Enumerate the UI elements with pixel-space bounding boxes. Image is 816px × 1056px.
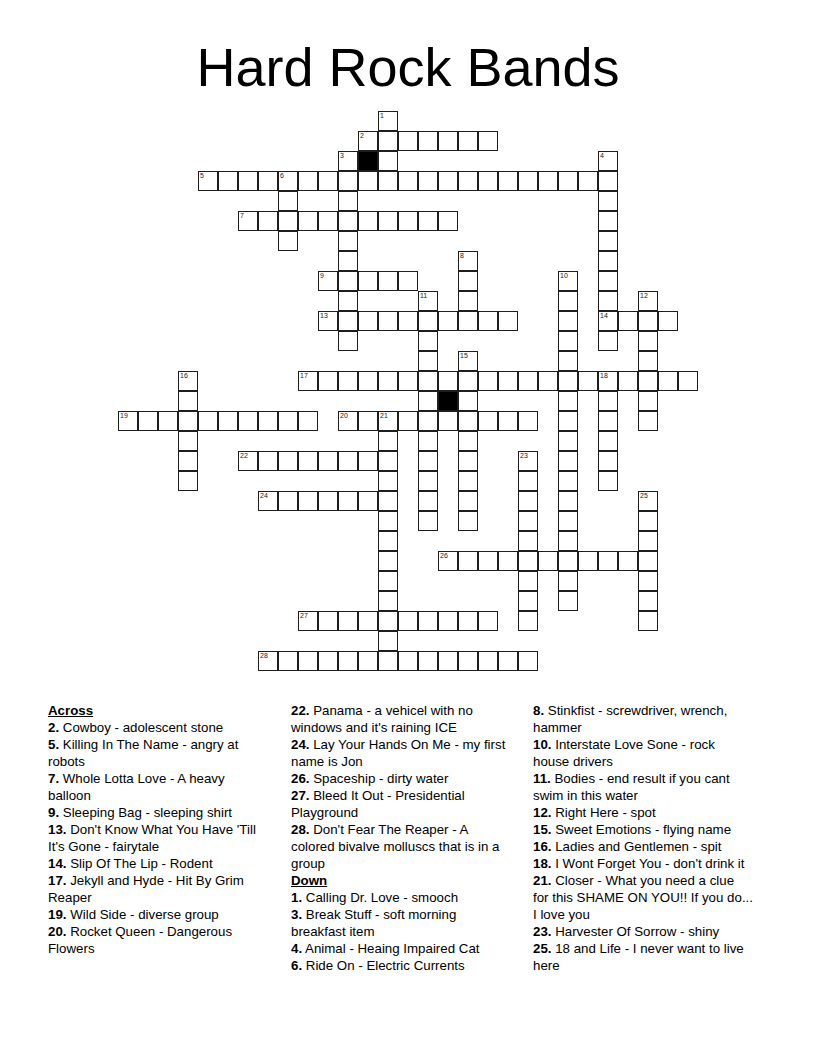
grid-cell[interactable]: 8 bbox=[458, 251, 478, 271]
grid-cell[interactable] bbox=[478, 651, 498, 671]
grid-cell[interactable] bbox=[358, 311, 378, 331]
cell-number: 13 bbox=[320, 311, 328, 320]
grid-cell[interactable] bbox=[558, 431, 578, 451]
grid-cell[interactable] bbox=[498, 551, 518, 571]
grid-cell[interactable] bbox=[598, 411, 618, 431]
grid-cell[interactable] bbox=[358, 371, 378, 391]
clue-number: 7. bbox=[48, 771, 59, 786]
clue-down-3: 3. Break Stuff - soft morning breakfast … bbox=[291, 906, 539, 940]
grid-cell[interactable] bbox=[518, 551, 538, 571]
grid-cell[interactable] bbox=[178, 411, 198, 431]
grid-cell[interactable] bbox=[318, 171, 338, 191]
clue-down-18: 18. I Wont Forget You - don't drink it bbox=[533, 855, 781, 872]
grid-cell[interactable] bbox=[638, 311, 658, 331]
clue-text: Don't Fear The Reaper - A colored bivalv… bbox=[291, 822, 499, 871]
grid-cell[interactable] bbox=[598, 331, 618, 351]
clue-number: 24. bbox=[291, 737, 310, 752]
grid-cell[interactable] bbox=[398, 371, 418, 391]
grid-cell[interactable] bbox=[318, 211, 338, 231]
grid-cell[interactable] bbox=[498, 311, 518, 331]
grid-cell[interactable] bbox=[558, 371, 578, 391]
grid-cell[interactable] bbox=[598, 291, 618, 311]
black-cell bbox=[438, 391, 458, 411]
grid-cell[interactable] bbox=[378, 211, 398, 231]
clue-text: Harvester Of Sorrow - shiny bbox=[552, 924, 720, 939]
grid-cell[interactable] bbox=[338, 451, 358, 471]
grid-cell[interactable] bbox=[418, 651, 438, 671]
grid-cell[interactable] bbox=[358, 211, 378, 231]
grid-cell[interactable] bbox=[378, 571, 398, 591]
clue-number: 8. bbox=[533, 703, 544, 718]
clue-text: Slip Of The Lip - Rodent bbox=[67, 856, 213, 871]
grid-cell[interactable] bbox=[458, 511, 478, 531]
grid-cell[interactable] bbox=[598, 391, 618, 411]
grid-cell[interactable]: 25 bbox=[638, 491, 658, 511]
grid-cell[interactable] bbox=[638, 551, 658, 571]
grid-cell[interactable] bbox=[398, 211, 418, 231]
clue-number: 27. bbox=[291, 788, 310, 803]
grid-cell[interactable] bbox=[458, 491, 478, 511]
grid-cell[interactable]: 17 bbox=[298, 371, 318, 391]
cell-number: 10 bbox=[560, 271, 568, 280]
grid-cell[interactable] bbox=[418, 331, 438, 351]
grid-cell[interactable] bbox=[498, 411, 518, 431]
grid-cell[interactable] bbox=[338, 491, 358, 511]
grid-cell[interactable] bbox=[158, 411, 178, 431]
grid-cell[interactable] bbox=[558, 531, 578, 551]
grid-cell[interactable]: 10 bbox=[558, 271, 578, 291]
grid-cell[interactable] bbox=[278, 191, 298, 211]
grid-cell[interactable] bbox=[618, 551, 638, 571]
grid-cell[interactable] bbox=[178, 431, 198, 451]
grid-cell[interactable]: 18 bbox=[598, 371, 618, 391]
grid-cell[interactable] bbox=[458, 611, 478, 631]
grid-cell[interactable] bbox=[298, 411, 318, 431]
clue-text: Lay Your Hands On Me - my first name is … bbox=[291, 737, 505, 769]
grid-cell[interactable] bbox=[598, 431, 618, 451]
grid-cell[interactable]: 1 bbox=[378, 111, 398, 131]
grid-cell[interactable] bbox=[478, 411, 498, 431]
grid-cell[interactable] bbox=[358, 451, 378, 471]
cell-number: 22 bbox=[240, 451, 248, 460]
clue-text: Don't Know What You Have 'Till It's Gone… bbox=[48, 822, 256, 854]
grid-cell[interactable] bbox=[138, 411, 158, 431]
grid-cell[interactable] bbox=[338, 291, 358, 311]
grid-cell[interactable] bbox=[418, 611, 438, 631]
grid-cell[interactable] bbox=[298, 211, 318, 231]
grid-cell[interactable] bbox=[318, 611, 338, 631]
grid-cell[interactable] bbox=[458, 451, 478, 471]
grid-cell[interactable] bbox=[418, 351, 438, 371]
grid-cell[interactable] bbox=[658, 371, 678, 391]
grid-cell[interactable] bbox=[338, 231, 358, 251]
grid-cell[interactable] bbox=[178, 391, 198, 411]
clue-text: Sleeping Bag - sleeping shirt bbox=[59, 805, 232, 820]
grid-cell[interactable] bbox=[618, 311, 638, 331]
clue-text: Closer - What you need a clue for this S… bbox=[533, 873, 753, 922]
grid-cell[interactable] bbox=[338, 371, 358, 391]
grid-cell[interactable] bbox=[458, 271, 478, 291]
grid-cell[interactable] bbox=[558, 511, 578, 531]
clue-across-2: 2. Cowboy - adolescent stone bbox=[48, 719, 296, 736]
grid-cell[interactable] bbox=[638, 571, 658, 591]
clue-number: 22. bbox=[291, 703, 310, 718]
grid-cell[interactable] bbox=[438, 131, 458, 151]
grid-cell[interactable] bbox=[378, 311, 398, 331]
grid-cell[interactable] bbox=[518, 171, 538, 191]
grid-cell[interactable] bbox=[358, 491, 378, 511]
grid-cell[interactable] bbox=[378, 171, 398, 191]
grid-cell[interactable] bbox=[538, 171, 558, 191]
grid-cell[interactable] bbox=[438, 311, 458, 331]
grid-cell[interactable] bbox=[558, 411, 578, 431]
grid-cell[interactable] bbox=[458, 391, 478, 411]
clue-text: Rocket Queen - Dangerous Flowers bbox=[48, 924, 232, 956]
grid-cell[interactable] bbox=[398, 311, 418, 331]
grid-cell[interactable] bbox=[178, 471, 198, 491]
grid-cell[interactable]: 15 bbox=[458, 351, 478, 371]
grid-cell[interactable] bbox=[418, 411, 438, 431]
grid-cell[interactable] bbox=[338, 331, 358, 351]
grid-cell[interactable] bbox=[318, 371, 338, 391]
grid-cell[interactable] bbox=[558, 391, 578, 411]
clue-text: Ride On - Electric Currents bbox=[302, 958, 465, 973]
grid-cell[interactable] bbox=[318, 491, 338, 511]
clue-down-25: 25. 18 and Life - I never want to live h… bbox=[533, 940, 781, 974]
grid-cell[interactable] bbox=[258, 411, 278, 431]
grid-cell[interactable] bbox=[558, 491, 578, 511]
grid-cell[interactable] bbox=[378, 271, 398, 291]
clue-text: Bodies - end result if you cant swim in … bbox=[533, 771, 730, 803]
grid-cell[interactable] bbox=[378, 451, 398, 471]
cell-number: 9 bbox=[320, 271, 324, 280]
grid-cell[interactable] bbox=[438, 651, 458, 671]
grid-cell[interactable] bbox=[438, 171, 458, 191]
grid-cell[interactable] bbox=[638, 391, 658, 411]
grid-cell[interactable] bbox=[518, 651, 538, 671]
grid-cell[interactable] bbox=[438, 411, 458, 431]
grid-cell[interactable]: 6 bbox=[278, 171, 298, 191]
grid-cell[interactable]: 5 bbox=[198, 171, 218, 191]
grid-cell[interactable] bbox=[338, 191, 358, 211]
grid-cell[interactable] bbox=[478, 131, 498, 151]
grid-cell[interactable] bbox=[338, 311, 358, 331]
grid-cell[interactable] bbox=[378, 431, 398, 451]
grid-cell[interactable] bbox=[338, 271, 358, 291]
grid-cell[interactable] bbox=[518, 491, 538, 511]
grid-cell[interactable] bbox=[538, 371, 558, 391]
grid-cell[interactable] bbox=[258, 171, 278, 191]
grid-cell[interactable]: 16 bbox=[178, 371, 198, 391]
grid-cell[interactable] bbox=[598, 271, 618, 291]
grid-cell[interactable] bbox=[458, 411, 478, 431]
clue-text: Calling Dr. Love - smooch bbox=[302, 890, 458, 905]
grid-cell[interactable] bbox=[598, 551, 618, 571]
grid-cell[interactable] bbox=[498, 651, 518, 671]
grid-cell[interactable] bbox=[398, 171, 418, 191]
grid-cell[interactable] bbox=[558, 171, 578, 191]
grid-cell[interactable] bbox=[458, 471, 478, 491]
grid-cell[interactable] bbox=[298, 651, 318, 671]
grid-cell[interactable] bbox=[258, 211, 278, 231]
grid-cell[interactable] bbox=[398, 411, 418, 431]
grid-cell[interactable] bbox=[378, 531, 398, 551]
grid-cell[interactable] bbox=[298, 171, 318, 191]
clue-text: Panama - a vehicel with no windows and i… bbox=[291, 703, 473, 735]
cell-number: 26 bbox=[440, 551, 448, 560]
grid-cell[interactable] bbox=[418, 431, 438, 451]
grid-cell[interactable] bbox=[558, 471, 578, 491]
grid-cell[interactable] bbox=[338, 611, 358, 631]
grid-cell[interactable] bbox=[378, 131, 398, 151]
grid-cell[interactable] bbox=[338, 211, 358, 231]
cell-number: 6 bbox=[280, 171, 284, 180]
grid-cell[interactable] bbox=[338, 171, 358, 191]
clue-across-27: 27. Bleed It Out - Presidential Playgrou… bbox=[291, 787, 539, 821]
grid-cell[interactable] bbox=[458, 371, 478, 391]
grid-cell[interactable] bbox=[378, 371, 398, 391]
cell-number: 11 bbox=[420, 291, 427, 300]
clue-across-5: 5. Killing In The Name - angry at robots bbox=[48, 736, 296, 770]
grid-cell[interactable] bbox=[638, 331, 658, 351]
clue-across-7: 7. Whole Lotta Love - A heavy balloon bbox=[48, 770, 296, 804]
grid-cell[interactable] bbox=[518, 571, 538, 591]
grid-cell[interactable] bbox=[458, 431, 478, 451]
grid-cell[interactable] bbox=[638, 351, 658, 371]
grid-cell[interactable]: 13 bbox=[318, 311, 338, 331]
grid-cell[interactable] bbox=[638, 591, 658, 611]
grid-cell[interactable] bbox=[398, 271, 418, 291]
grid-cell[interactable] bbox=[438, 211, 458, 231]
grid-cell[interactable]: 28 bbox=[258, 651, 278, 671]
grid-cell[interactable] bbox=[498, 371, 518, 391]
grid-cell[interactable] bbox=[378, 471, 398, 491]
grid-cell[interactable] bbox=[238, 411, 258, 431]
grid-cell[interactable]: 24 bbox=[258, 491, 278, 511]
grid-cell[interactable] bbox=[398, 651, 418, 671]
grid-cell[interactable] bbox=[358, 171, 378, 191]
grid-cell[interactable] bbox=[598, 191, 618, 211]
grid-cell[interactable]: 26 bbox=[438, 551, 458, 571]
grid-cell[interactable] bbox=[598, 471, 618, 491]
grid-cell[interactable] bbox=[218, 411, 238, 431]
grid-cell[interactable] bbox=[458, 551, 478, 571]
grid-cell[interactable] bbox=[378, 611, 398, 631]
grid-cell[interactable] bbox=[378, 551, 398, 571]
grid-cell[interactable] bbox=[418, 491, 438, 511]
clue-text: Jekyll and Hyde - Hit By Grim Reaper bbox=[48, 873, 244, 905]
clue-number: 20. bbox=[48, 924, 67, 939]
grid-cell[interactable]: 11 bbox=[418, 291, 438, 311]
grid-cell[interactable] bbox=[338, 651, 358, 671]
clue-number: 3. bbox=[291, 907, 302, 922]
grid-cell[interactable] bbox=[338, 251, 358, 271]
grid-cell[interactable] bbox=[458, 651, 478, 671]
grid-cell[interactable] bbox=[518, 411, 538, 431]
grid-cell[interactable] bbox=[598, 231, 618, 251]
grid-cell[interactable] bbox=[178, 451, 198, 471]
grid-cell[interactable] bbox=[418, 311, 438, 331]
grid-cell[interactable] bbox=[278, 491, 298, 511]
cell-number: 18 bbox=[600, 371, 608, 380]
grid-cell[interactable]: 22 bbox=[238, 451, 258, 471]
grid-cell[interactable] bbox=[258, 451, 278, 471]
grid-cell[interactable]: 20 bbox=[338, 411, 358, 431]
grid-cell[interactable] bbox=[638, 411, 658, 431]
clue-column: Across2. Cowboy - adolescent stone5. Kil… bbox=[48, 702, 296, 957]
grid-cell[interactable] bbox=[518, 531, 538, 551]
grid-cell[interactable] bbox=[518, 471, 538, 491]
clue-text: Spaceship - dirty water bbox=[310, 771, 449, 786]
clue-across-9: 9. Sleeping Bag - sleeping shirt bbox=[48, 804, 296, 821]
clue-text: Killing In The Name - angry at robots bbox=[48, 737, 238, 769]
grid-cell[interactable] bbox=[278, 411, 298, 431]
grid-cell[interactable] bbox=[658, 311, 678, 331]
grid-cell[interactable] bbox=[318, 651, 338, 671]
grid-cell[interactable] bbox=[358, 411, 378, 431]
grid-cell[interactable]: 3 bbox=[338, 151, 358, 171]
clue-text: Stinkfist - screwdriver, wrench, hammer bbox=[533, 703, 727, 735]
clue-across-19: 19. Wild Side - diverse group bbox=[48, 906, 296, 923]
clue-number: 26. bbox=[291, 771, 310, 786]
grid-cell[interactable]: 21 bbox=[378, 411, 398, 431]
grid-cell[interactable] bbox=[378, 591, 398, 611]
grid-cell[interactable] bbox=[218, 171, 238, 191]
grid-cell[interactable] bbox=[438, 371, 458, 391]
grid-cell[interactable] bbox=[378, 511, 398, 531]
grid-cell[interactable] bbox=[578, 371, 598, 391]
grid-cell[interactable] bbox=[278, 231, 298, 251]
grid-cell[interactable] bbox=[278, 651, 298, 671]
grid-cell[interactable]: 19 bbox=[118, 411, 138, 431]
grid-cell[interactable] bbox=[418, 471, 438, 491]
grid-cell[interactable] bbox=[438, 611, 458, 631]
clue-number: 18. bbox=[533, 856, 552, 871]
grid-cell[interactable]: 14 bbox=[598, 311, 618, 331]
grid-cell[interactable] bbox=[358, 271, 378, 291]
clue-number: 13. bbox=[48, 822, 67, 837]
grid-cell[interactable] bbox=[478, 171, 498, 191]
grid-cell[interactable] bbox=[598, 251, 618, 271]
grid-cell[interactable] bbox=[558, 291, 578, 311]
grid-cell[interactable] bbox=[458, 311, 478, 331]
clue-number: 11. bbox=[533, 771, 551, 786]
cell-number: 21 bbox=[380, 411, 388, 420]
clue-number: 28. bbox=[291, 822, 310, 837]
black-cell bbox=[358, 151, 378, 171]
grid-cell[interactable] bbox=[278, 451, 298, 471]
clue-down-11: 11. Bodies - end result if you cant swim… bbox=[533, 770, 781, 804]
cell-number: 15 bbox=[460, 351, 468, 360]
grid-cell[interactable] bbox=[578, 171, 598, 191]
grid-cell[interactable] bbox=[638, 531, 658, 551]
grid-cell[interactable] bbox=[518, 371, 538, 391]
grid-cell[interactable] bbox=[378, 631, 398, 651]
grid-cell[interactable] bbox=[518, 611, 538, 631]
clue-across-28: 28. Don't Fear The Reaper - A colored bi… bbox=[291, 821, 539, 872]
grid-cell[interactable]: 23 bbox=[518, 451, 538, 471]
grid-cell[interactable] bbox=[418, 391, 438, 411]
grid-cell[interactable] bbox=[598, 451, 618, 471]
grid-cell[interactable] bbox=[518, 591, 538, 611]
grid-cell[interactable] bbox=[558, 451, 578, 471]
grid-cell[interactable] bbox=[518, 511, 538, 531]
grid-cell[interactable] bbox=[478, 611, 498, 631]
grid-cell[interactable] bbox=[418, 171, 438, 191]
clue-number: 10. bbox=[533, 737, 552, 752]
grid-cell[interactable] bbox=[298, 451, 318, 471]
grid-cell[interactable] bbox=[478, 371, 498, 391]
grid-cell[interactable] bbox=[198, 411, 218, 431]
grid-cell[interactable] bbox=[238, 171, 258, 191]
grid-cell[interactable] bbox=[418, 511, 438, 531]
grid-cell[interactable] bbox=[298, 491, 318, 511]
cell-number: 5 bbox=[200, 171, 204, 180]
grid-cell[interactable] bbox=[458, 131, 478, 151]
grid-cell[interactable] bbox=[398, 131, 418, 151]
grid-cell[interactable] bbox=[638, 371, 658, 391]
clue-number: 23. bbox=[533, 924, 552, 939]
grid-cell[interactable] bbox=[358, 651, 378, 671]
grid-cell[interactable] bbox=[418, 371, 438, 391]
grid-cell[interactable] bbox=[478, 551, 498, 571]
grid-cell[interactable] bbox=[578, 551, 598, 571]
grid-cell[interactable] bbox=[418, 131, 438, 151]
grid-cell[interactable] bbox=[558, 351, 578, 371]
grid-cell[interactable] bbox=[318, 451, 338, 471]
clue-text: Bleed It Out - Presidential Playground bbox=[291, 788, 465, 820]
clue-number: 15. bbox=[533, 822, 552, 837]
grid-cell[interactable] bbox=[398, 611, 418, 631]
grid-cell[interactable] bbox=[478, 311, 498, 331]
grid-cell[interactable] bbox=[638, 611, 658, 631]
grid-cell[interactable] bbox=[278, 211, 298, 231]
grid-cell[interactable] bbox=[638, 511, 658, 531]
clue-down-23: 23. Harvester Of Sorrow - shiny bbox=[533, 923, 781, 940]
grid-cell[interactable] bbox=[418, 211, 438, 231]
grid-cell[interactable] bbox=[378, 151, 398, 171]
grid-cell[interactable] bbox=[378, 491, 398, 511]
crossword-grid: 1234567891011121314151617181920212223242… bbox=[118, 111, 698, 671]
grid-cell[interactable] bbox=[558, 571, 578, 591]
grid-cell[interactable] bbox=[558, 591, 578, 611]
grid-cell[interactable] bbox=[558, 311, 578, 331]
grid-cell[interactable]: 7 bbox=[238, 211, 258, 231]
grid-cell[interactable]: 2 bbox=[358, 131, 378, 151]
grid-cell[interactable] bbox=[678, 371, 698, 391]
grid-cell[interactable]: 27 bbox=[298, 611, 318, 631]
cell-number: 2 bbox=[360, 131, 364, 140]
grid-cell[interactable]: 4 bbox=[598, 151, 618, 171]
grid-cell[interactable]: 9 bbox=[318, 271, 338, 291]
grid-cell[interactable] bbox=[598, 211, 618, 231]
grid-cell[interactable]: 12 bbox=[638, 291, 658, 311]
grid-cell[interactable] bbox=[618, 371, 638, 391]
grid-cell[interactable] bbox=[498, 171, 518, 191]
grid-cell[interactable] bbox=[418, 451, 438, 471]
grid-cell[interactable] bbox=[538, 551, 558, 571]
cell-number: 27 bbox=[300, 611, 308, 620]
grid-cell[interactable] bbox=[458, 171, 478, 191]
grid-cell[interactable] bbox=[458, 291, 478, 311]
grid-cell[interactable] bbox=[358, 611, 378, 631]
grid-cell[interactable] bbox=[558, 551, 578, 571]
clue-number: 14. bbox=[48, 856, 67, 871]
grid-cell[interactable] bbox=[558, 331, 578, 351]
grid-cell[interactable] bbox=[378, 651, 398, 671]
clue-number: 9. bbox=[48, 805, 59, 820]
grid-cell[interactable] bbox=[598, 171, 618, 191]
